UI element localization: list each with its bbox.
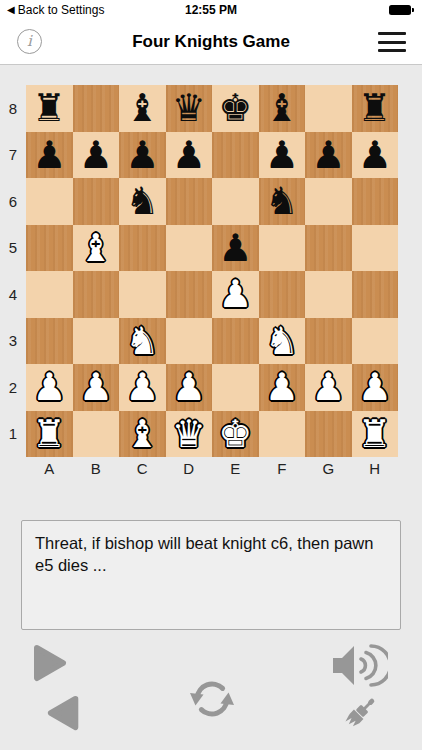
square-c6[interactable]: ♞ <box>119 178 166 225</box>
square-c7[interactable]: ♟ <box>119 132 166 179</box>
square-e3[interactable] <box>212 318 259 365</box>
nav-bar: Four Knights Game i <box>0 20 422 65</box>
rank-label-2: 2 <box>0 364 26 411</box>
rank-label-5: 5 <box>0 225 26 272</box>
square-a8[interactable]: ♜ <box>26 85 73 132</box>
square-f7[interactable]: ♟ <box>259 132 306 179</box>
black-pawn: ♟ <box>265 132 299 178</box>
status-clock: 12:55 PM <box>0 3 422 17</box>
white-pawn: ♟ <box>218 271 252 317</box>
square-d2[interactable]: ♟ <box>166 364 213 411</box>
black-pawn: ♟ <box>172 132 206 178</box>
square-c8[interactable]: ♝ <box>119 85 166 132</box>
menu-button[interactable] <box>378 32 406 52</box>
square-f4[interactable] <box>259 271 306 318</box>
square-a7[interactable]: ♟ <box>26 132 73 179</box>
file-labels: ABCDEFGH <box>26 457 398 479</box>
black-rook: ♜ <box>358 85 392 131</box>
rank-label-7: 7 <box>0 132 26 179</box>
white-queen: ♛ <box>172 411 206 457</box>
square-f6[interactable]: ♞ <box>259 178 306 225</box>
square-g5[interactable] <box>305 225 352 272</box>
square-b2[interactable]: ♟ <box>73 364 120 411</box>
brush-icon <box>335 692 381 738</box>
white-king: ♚ <box>218 411 252 457</box>
square-e7[interactable] <box>212 132 259 179</box>
speaker-icon <box>331 641 388 690</box>
rank-label-8: 8 <box>0 85 26 132</box>
square-e4[interactable]: ♟ <box>212 271 259 318</box>
white-rook: ♜ <box>32 411 66 457</box>
square-b5[interactable]: ♝ <box>73 225 120 272</box>
sound-button[interactable] <box>331 641 388 690</box>
square-f8[interactable]: ♝ <box>259 85 306 132</box>
rank-label-4: 4 <box>0 271 26 318</box>
square-g8[interactable] <box>305 85 352 132</box>
square-f1[interactable] <box>259 411 306 458</box>
square-h4[interactable] <box>352 271 399 318</box>
white-pawn: ♟ <box>32 364 66 410</box>
battery-body <box>389 5 411 15</box>
square-d5[interactable] <box>166 225 213 272</box>
square-h3[interactable] <box>352 318 399 365</box>
square-h8[interactable]: ♜ <box>352 85 399 132</box>
square-h7[interactable]: ♟ <box>352 132 399 179</box>
black-king: ♚ <box>218 85 252 131</box>
white-pawn: ♟ <box>265 364 299 410</box>
white-pawn: ♟ <box>125 364 159 410</box>
square-f5[interactable] <box>259 225 306 272</box>
file-label-b: B <box>73 457 120 479</box>
square-a1[interactable]: ♜ <box>26 411 73 458</box>
status-bar: ◀ Back to Settings 12:55 PM <box>0 0 422 20</box>
info-icon: i <box>27 34 32 49</box>
black-pawn: ♟ <box>311 132 345 178</box>
square-b7[interactable]: ♟ <box>73 132 120 179</box>
square-d3[interactable] <box>166 318 213 365</box>
square-c1[interactable]: ♝ <box>119 411 166 458</box>
file-label-a: A <box>26 457 73 479</box>
square-e5[interactable]: ♟ <box>212 225 259 272</box>
file-label-c: C <box>119 457 166 479</box>
chess-board: ♜♝♛♚♝♜♟♟♟♟♟♟♟♞♞♝♟♟♞♞♟♟♟♟♟♟♟♜♝♛♚♜ <box>26 85 398 457</box>
square-c5[interactable] <box>119 225 166 272</box>
black-queen: ♛ <box>172 85 206 131</box>
white-pawn: ♟ <box>172 364 206 410</box>
square-f3[interactable]: ♞ <box>259 318 306 365</box>
square-h2[interactable]: ♟ <box>352 364 399 411</box>
square-d7[interactable]: ♟ <box>166 132 213 179</box>
app-screen: ◀ Back to Settings 12:55 PM Four Knights… <box>0 0 422 750</box>
square-g3[interactable] <box>305 318 352 365</box>
square-a2[interactable]: ♟ <box>26 364 73 411</box>
white-rook: ♜ <box>358 411 392 457</box>
square-a5[interactable] <box>26 225 73 272</box>
white-bishop: ♝ <box>79 225 113 271</box>
rank-labels: 87654321 <box>0 85 26 457</box>
square-c3[interactable]: ♞ <box>119 318 166 365</box>
theme-brush-button[interactable] <box>335 692 381 738</box>
black-knight: ♞ <box>125 178 159 224</box>
square-b1[interactable] <box>73 411 120 458</box>
black-pawn: ♟ <box>125 132 159 178</box>
file-label-f: F <box>259 457 306 479</box>
square-d4[interactable] <box>166 271 213 318</box>
square-b8[interactable] <box>73 85 120 132</box>
square-g4[interactable] <box>305 271 352 318</box>
square-h5[interactable] <box>352 225 399 272</box>
square-e1[interactable]: ♚ <box>212 411 259 458</box>
board-zone: 87654321 ♜♝♛♚♝♜♟♟♟♟♟♟♟♞♞♝♟♟♞♞♟♟♟♟♟♟♟♜♝♛♚… <box>0 85 398 479</box>
black-pawn: ♟ <box>218 225 252 271</box>
square-a6[interactable] <box>26 178 73 225</box>
square-b3[interactable] <box>73 318 120 365</box>
square-h6[interactable] <box>352 178 399 225</box>
page-title: Four Knights Game <box>0 20 422 64</box>
white-knight: ♞ <box>125 318 159 364</box>
white-pawn: ♟ <box>79 364 113 410</box>
square-d1[interactable]: ♛ <box>166 411 213 458</box>
restart-button[interactable] <box>187 674 237 724</box>
hamburger-icon <box>378 32 406 35</box>
info-button[interactable]: i <box>17 29 42 54</box>
square-e6[interactable] <box>212 178 259 225</box>
black-pawn: ♟ <box>32 132 66 178</box>
file-label-h: H <box>352 457 399 479</box>
black-pawn: ♟ <box>358 132 392 178</box>
square-b6[interactable] <box>73 178 120 225</box>
square-e2[interactable] <box>212 364 259 411</box>
white-bishop: ♝ <box>125 411 159 457</box>
white-pawn: ♟ <box>358 364 392 410</box>
square-g2[interactable]: ♟ <box>305 364 352 411</box>
battery-icon <box>389 5 414 15</box>
square-a3[interactable] <box>26 318 73 365</box>
file-label-e: E <box>212 457 259 479</box>
square-d8[interactable]: ♛ <box>166 85 213 132</box>
battery-nub <box>412 8 414 12</box>
step-back-button[interactable] <box>46 694 84 732</box>
black-bishop: ♝ <box>125 85 159 131</box>
file-label-d: D <box>166 457 213 479</box>
square-g1[interactable] <box>305 411 352 458</box>
refresh-icon <box>187 674 237 724</box>
black-knight: ♞ <box>265 178 299 224</box>
white-pawn: ♟ <box>311 364 345 410</box>
square-h1[interactable]: ♜ <box>352 411 399 458</box>
controls-toolbar <box>0 630 422 750</box>
square-g7[interactable]: ♟ <box>305 132 352 179</box>
square-b4[interactable] <box>73 271 120 318</box>
rank-label-6: 6 <box>0 178 26 225</box>
black-bishop: ♝ <box>265 85 299 131</box>
play-forward-button[interactable] <box>28 643 68 683</box>
square-e8[interactable]: ♚ <box>212 85 259 132</box>
white-knight: ♞ <box>265 318 299 364</box>
square-d6[interactable] <box>166 178 213 225</box>
back-icon <box>46 694 84 732</box>
square-a4[interactable] <box>26 271 73 318</box>
file-label-g: G <box>305 457 352 479</box>
rank-label-1: 1 <box>0 411 26 458</box>
black-pawn: ♟ <box>79 132 113 178</box>
black-rook: ♜ <box>32 85 66 131</box>
annotation-box: Threat, if bishop will beat knight c6, t… <box>21 520 401 630</box>
square-g6[interactable] <box>305 178 352 225</box>
play-icon <box>28 643 68 683</box>
square-c2[interactable]: ♟ <box>119 364 166 411</box>
rank-label-3: 3 <box>0 318 26 365</box>
square-f2[interactable]: ♟ <box>259 364 306 411</box>
annotation-text: Threat, if bishop will beat knight c6, t… <box>35 534 373 574</box>
square-c4[interactable] <box>119 271 166 318</box>
